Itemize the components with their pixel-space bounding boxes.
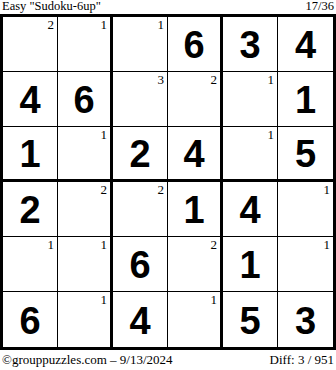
given-digit: 6 [19,302,40,340]
cell-r2c2[interactable]: 6 [58,72,113,127]
cell-r6c1[interactable]: 6 [3,292,58,347]
cell-r2c6[interactable]: 1 [278,72,333,127]
cell-r4c2[interactable]: 2 [58,182,113,237]
cell-r3c3[interactable]: 2 [113,127,168,182]
cell-r4c3[interactable]: 2 [113,182,168,237]
given-digit: 4 [129,302,150,340]
cell-r3c6[interactable]: 5 [278,127,333,182]
given-digit: 1 [239,246,260,284]
cell-r1c6[interactable]: 4 [278,17,333,72]
pencil-mark: 1 [324,237,331,252]
given-digit: 1 [295,81,316,119]
pencil-mark: 3 [158,72,165,87]
cell-r1c4[interactable]: 6 [168,17,223,72]
pencil-mark: 1 [158,17,165,32]
given-digit: 4 [183,135,204,173]
given-digit: 1 [183,191,204,229]
cell-r6c3[interactable]: 4 [113,292,168,347]
given-digit: 1 [19,135,40,173]
pencil-mark: 1 [268,127,275,142]
cell-r5c2[interactable]: 1 [58,237,113,292]
pencil-mark: 1 [101,17,108,32]
cell-r5c3[interactable]: 6 [113,237,168,292]
given-digit: 2 [129,135,150,173]
cell-r1c5[interactable]: 3 [223,17,278,72]
pencil-mark: 2 [158,182,165,197]
cell-r1c2[interactable]: 1 [58,17,113,72]
cell-r6c5[interactable]: 5 [223,292,278,347]
cell-r4c4[interactable]: 1 [168,182,223,237]
footer: ©grouppuzzles.com – 9/13/2024 Diff: 3 / … [0,350,336,370]
pencil-mark: 2 [211,237,218,252]
cell-r3c1[interactable]: 1 [3,127,58,182]
header: Easy "Sudoku-6up" 17/36 [0,0,336,14]
cell-r3c2[interactable]: 1 [58,127,113,182]
cell-r1c1[interactable]: 2 [3,17,58,72]
cell-r1c3[interactable]: 1 [113,17,168,72]
given-digit: 5 [239,302,260,340]
cell-r6c6[interactable]: 3 [278,292,333,347]
pencil-mark: 1 [268,72,275,87]
given-digit: 6 [183,26,204,64]
cell-r4c6[interactable]: 1 [278,182,333,237]
copyright-date-text: ©grouppuzzles.com – 9/13/2024 [2,352,173,368]
given-digit: 5 [295,135,316,173]
puzzle-title: Easy "Sudoku-6up" [0,0,101,13]
cell-r2c3[interactable]: 3 [113,72,168,127]
cell-r4c5[interactable]: 4 [223,182,278,237]
cell-r5c4[interactable]: 2 [168,237,223,292]
pencil-mark: 1 [48,237,55,252]
cell-r4c1[interactable]: 2 [3,182,58,237]
cell-r3c5[interactable]: 1 [223,127,278,182]
puzzle-page: Easy "Sudoku-6up" 17/36 2116344632111124… [0,0,336,370]
cell-r5c5[interactable]: 1 [223,237,278,292]
given-digit: 4 [295,26,316,64]
cell-r6c4[interactable]: 1 [168,292,223,347]
given-digit: 4 [239,191,260,229]
pencil-mark: 2 [211,72,218,87]
pencil-mark: 2 [48,17,55,32]
sudoku-board: 211634463211112415222141116211614153 [0,14,336,350]
difficulty-text: Diff: 3 / 951 [270,352,334,368]
pencil-mark: 1 [101,127,108,142]
given-digit: 2 [19,191,40,229]
cell-r2c5[interactable]: 1 [223,72,278,127]
given-digit: 6 [73,81,94,119]
puzzle-counter: 17/36 [306,0,336,13]
pencil-mark: 1 [101,292,108,307]
cell-r5c6[interactable]: 1 [278,237,333,292]
given-digit: 3 [239,26,260,64]
cell-r3c4[interactable]: 4 [168,127,223,182]
cell-r5c1[interactable]: 1 [3,237,58,292]
given-digit: 6 [129,246,150,284]
given-digit: 3 [295,302,316,340]
pencil-mark: 1 [211,292,218,307]
cell-r2c1[interactable]: 4 [3,72,58,127]
pencil-mark: 2 [101,182,108,197]
pencil-mark: 1 [324,182,331,197]
cell-r6c2[interactable]: 1 [58,292,113,347]
cell-r2c4[interactable]: 2 [168,72,223,127]
pencil-mark: 1 [101,237,108,252]
given-digit: 4 [19,81,40,119]
